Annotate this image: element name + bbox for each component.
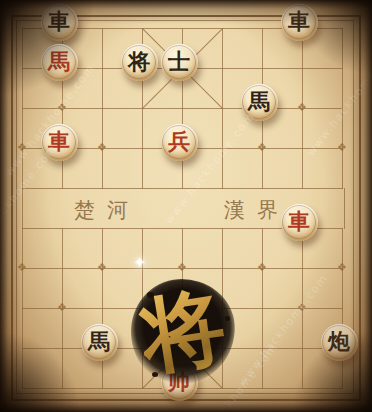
piece-black-general[interactable]: 将 xyxy=(121,44,158,81)
piece-black-chariot[interactable]: 車 xyxy=(41,4,78,41)
piece-red-chariot[interactable]: 車 xyxy=(281,204,318,241)
pieces-layer: 車車馬将士馬車兵車馬炮帅 xyxy=(2,8,362,408)
piece-red-horse[interactable]: 馬 xyxy=(41,44,78,81)
piece-black-advisor[interactable]: 士 xyxy=(161,44,198,81)
piece-red-chariot[interactable]: 車 xyxy=(41,124,78,161)
piece-black-cannon[interactable]: 炮 xyxy=(321,324,358,361)
piece-black-chariot[interactable]: 車 xyxy=(281,4,318,41)
xiangqi-board[interactable]: 楚河 漢界 ❖❖❖❖❖❖❖❖❖❖❖❖❖❖ 車車馬将士馬車兵車馬炮帅 将 ✦ ww… xyxy=(0,0,372,412)
piece-black-horse[interactable]: 馬 xyxy=(241,84,278,121)
piece-red-general[interactable]: 帅 xyxy=(161,364,198,401)
piece-red-soldier[interactable]: 兵 xyxy=(161,124,198,161)
piece-black-horse[interactable]: 馬 xyxy=(81,324,118,361)
